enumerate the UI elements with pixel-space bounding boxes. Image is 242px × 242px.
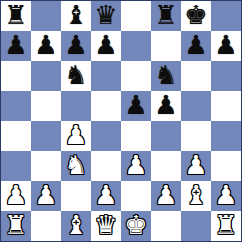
square-h4[interactable]	[211, 121, 241, 151]
piece-white-pawn-c4[interactable]: ♟	[64, 122, 87, 148]
square-b6[interactable]	[31, 61, 61, 91]
piece-black-pawn-b7[interactable]: ♟	[34, 32, 57, 58]
piece-black-pawn-g7[interactable]: ♟	[184, 32, 207, 58]
square-d4[interactable]	[91, 121, 121, 151]
square-g4[interactable]	[181, 121, 211, 151]
square-b5[interactable]	[31, 91, 61, 121]
square-h8[interactable]	[211, 1, 241, 31]
square-h7[interactable]: ♟	[211, 31, 241, 61]
square-b8[interactable]	[31, 1, 61, 31]
piece-black-king-g8[interactable]: ♚	[184, 2, 207, 28]
square-c1[interactable]: ♝	[61, 211, 91, 241]
piece-white-bishop-c1[interactable]: ♝	[64, 212, 87, 238]
piece-white-king-e1[interactable]: ♚	[124, 212, 147, 238]
piece-black-pawn-d7[interactable]: ♟	[94, 32, 117, 58]
piece-white-pawn-h2[interactable]: ♟	[214, 182, 237, 208]
square-h1[interactable]: ♜	[211, 211, 241, 241]
piece-white-knight-c3[interactable]: ♞	[64, 152, 87, 178]
square-f3[interactable]	[151, 151, 181, 181]
piece-black-pawn-f5[interactable]: ♟	[154, 92, 177, 118]
square-e5[interactable]: ♟	[121, 91, 151, 121]
square-e8[interactable]	[121, 1, 151, 31]
square-e2[interactable]	[121, 181, 151, 211]
piece-black-rook-a8[interactable]: ♜	[4, 2, 27, 28]
piece-white-pawn-a2[interactable]: ♟	[4, 182, 27, 208]
square-c3[interactable]: ♞	[61, 151, 91, 181]
piece-black-pawn-c7[interactable]: ♟	[64, 32, 87, 58]
square-b7[interactable]: ♟	[31, 31, 61, 61]
square-b2[interactable]: ♟	[31, 181, 61, 211]
chess-board: ♜♝♛♜♚♟♟♟♟♟♟♞♞♟♟♟♞♟♟♟♟♟♟♝♟♜♝♛♚♜	[0, 0, 242, 242]
piece-white-pawn-b2[interactable]: ♟	[34, 182, 57, 208]
square-c7[interactable]: ♟	[61, 31, 91, 61]
square-d2[interactable]: ♟	[91, 181, 121, 211]
piece-white-pawn-f2[interactable]: ♟	[154, 182, 177, 208]
square-c4[interactable]: ♟	[61, 121, 91, 151]
piece-black-knight-f6[interactable]: ♞	[154, 62, 177, 88]
square-g6[interactable]	[181, 61, 211, 91]
square-e4[interactable]	[121, 121, 151, 151]
square-c2[interactable]	[61, 181, 91, 211]
piece-white-bishop-g2[interactable]: ♝	[184, 182, 207, 208]
square-d1[interactable]: ♛	[91, 211, 121, 241]
square-d5[interactable]	[91, 91, 121, 121]
square-f1[interactable]	[151, 211, 181, 241]
square-c6[interactable]: ♞	[61, 61, 91, 91]
square-h2[interactable]: ♟	[211, 181, 241, 211]
square-g3[interactable]: ♟	[181, 151, 211, 181]
square-d6[interactable]	[91, 61, 121, 91]
square-b1[interactable]	[31, 211, 61, 241]
square-e1[interactable]: ♚	[121, 211, 151, 241]
square-f2[interactable]: ♟	[151, 181, 181, 211]
square-a8[interactable]: ♜	[1, 1, 31, 31]
square-h5[interactable]	[211, 91, 241, 121]
square-g8[interactable]: ♚	[181, 1, 211, 31]
piece-white-rook-h1[interactable]: ♜	[214, 212, 237, 238]
square-c5[interactable]	[61, 91, 91, 121]
piece-black-pawn-a7[interactable]: ♟	[4, 32, 27, 58]
square-a7[interactable]: ♟	[1, 31, 31, 61]
square-d8[interactable]: ♛	[91, 1, 121, 31]
square-f5[interactable]: ♟	[151, 91, 181, 121]
square-a4[interactable]	[1, 121, 31, 151]
square-e6[interactable]	[121, 61, 151, 91]
piece-white-pawn-e3[interactable]: ♟	[124, 152, 147, 178]
piece-black-pawn-e5[interactable]: ♟	[124, 92, 147, 118]
square-h6[interactable]	[211, 61, 241, 91]
square-e3[interactable]: ♟	[121, 151, 151, 181]
square-h3[interactable]	[211, 151, 241, 181]
square-f6[interactable]: ♞	[151, 61, 181, 91]
square-a1[interactable]: ♜	[1, 211, 31, 241]
square-a5[interactable]	[1, 91, 31, 121]
square-f8[interactable]: ♜	[151, 1, 181, 31]
piece-black-queen-d8[interactable]: ♛	[94, 2, 117, 28]
piece-black-pawn-h7[interactable]: ♟	[214, 32, 237, 58]
square-f4[interactable]	[151, 121, 181, 151]
piece-white-pawn-g3[interactable]: ♟	[184, 152, 207, 178]
square-c8[interactable]: ♝	[61, 1, 91, 31]
piece-white-rook-a1[interactable]: ♜	[4, 212, 27, 238]
square-d3[interactable]	[91, 151, 121, 181]
square-g1[interactable]	[181, 211, 211, 241]
square-a3[interactable]	[1, 151, 31, 181]
piece-white-pawn-d2[interactable]: ♟	[94, 182, 117, 208]
square-a2[interactable]: ♟	[1, 181, 31, 211]
square-d7[interactable]: ♟	[91, 31, 121, 61]
piece-black-knight-c6[interactable]: ♞	[64, 62, 87, 88]
square-g2[interactable]: ♝	[181, 181, 211, 211]
square-f7[interactable]	[151, 31, 181, 61]
square-g5[interactable]	[181, 91, 211, 121]
square-b4[interactable]	[31, 121, 61, 151]
piece-white-queen-d1[interactable]: ♛	[94, 212, 117, 238]
piece-black-rook-f8[interactable]: ♜	[154, 2, 177, 28]
square-b3[interactable]	[31, 151, 61, 181]
square-g7[interactable]: ♟	[181, 31, 211, 61]
square-e7[interactable]	[121, 31, 151, 61]
square-a6[interactable]	[1, 61, 31, 91]
piece-black-bishop-c8[interactable]: ♝	[64, 2, 87, 28]
